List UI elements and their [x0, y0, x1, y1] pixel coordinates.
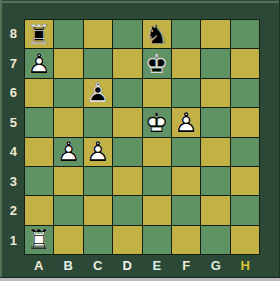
piece-white-pawn[interactable]: ♙ — [172, 108, 200, 136]
chess-board-window: 87654321 ♜♖♞♘♟♙♚♔♟♙♚♔♟♙♟♙♟♙♜♖ ABCDEFGH — [0, 0, 280, 281]
square-g2[interactable] — [201, 196, 229, 224]
file-label-b: B — [54, 255, 84, 276]
square-d5[interactable] — [113, 108, 141, 136]
square-e3[interactable] — [143, 167, 171, 195]
square-h1[interactable] — [231, 226, 259, 254]
square-h8[interactable] — [231, 20, 259, 48]
square-f8[interactable] — [172, 20, 200, 48]
file-label-f: F — [172, 255, 202, 276]
chess-board[interactable]: ♜♖♞♘♟♙♚♔♟♙♚♔♟♙♟♙♟♙♜♖ — [24, 19, 260, 255]
square-c3[interactable] — [84, 167, 112, 195]
square-c6[interactable]: ♟♙ — [84, 79, 112, 107]
square-a3[interactable] — [25, 167, 53, 195]
square-f4[interactable] — [172, 138, 200, 166]
square-h6[interactable] — [231, 79, 259, 107]
square-b3[interactable] — [54, 167, 82, 195]
rank-label-3: 3 — [0, 167, 22, 197]
square-g1[interactable] — [201, 226, 229, 254]
square-g3[interactable] — [201, 167, 229, 195]
square-a6[interactable] — [25, 79, 53, 107]
square-c8[interactable] — [84, 20, 112, 48]
square-f3[interactable] — [172, 167, 200, 195]
square-h3[interactable] — [231, 167, 259, 195]
square-b8[interactable] — [54, 20, 82, 48]
rank-label-6: 6 — [0, 78, 22, 108]
square-h2[interactable] — [231, 196, 259, 224]
piece-white-pawn[interactable]: ♙ — [54, 138, 82, 166]
square-d4[interactable] — [113, 138, 141, 166]
square-d6[interactable] — [113, 79, 141, 107]
rank-label-1: 1 — [0, 226, 22, 256]
frame-bevel-top — [0, 1, 280, 3]
rank-label-7: 7 — [0, 49, 22, 79]
square-c4[interactable]: ♟♙ — [84, 138, 112, 166]
square-e1[interactable] — [143, 226, 171, 254]
rank-labels: 87654321 — [0, 19, 22, 255]
square-a2[interactable] — [25, 196, 53, 224]
rank-label-8: 8 — [0, 19, 22, 49]
square-d7[interactable] — [113, 49, 141, 77]
square-g8[interactable] — [201, 20, 229, 48]
square-b5[interactable] — [54, 108, 82, 136]
square-e4[interactable] — [143, 138, 171, 166]
square-d8[interactable] — [113, 20, 141, 48]
square-a5[interactable] — [25, 108, 53, 136]
square-a4[interactable] — [25, 138, 53, 166]
file-label-g: G — [201, 255, 231, 276]
square-c5[interactable] — [84, 108, 112, 136]
white-pawn-fill: ♟ — [54, 138, 82, 166]
square-h5[interactable] — [231, 108, 259, 136]
white-pawn-fill: ♟ — [172, 108, 200, 136]
square-g6[interactable] — [201, 79, 229, 107]
rank-label-5: 5 — [0, 108, 22, 138]
square-f5[interactable]: ♟♙ — [172, 108, 200, 136]
file-label-e: E — [142, 255, 172, 276]
square-g5[interactable] — [201, 108, 229, 136]
white-pawn-fill: ♟ — [84, 138, 112, 166]
square-b6[interactable] — [54, 79, 82, 107]
file-label-h: H — [231, 255, 261, 276]
square-h4[interactable] — [231, 138, 259, 166]
square-a8[interactable]: ♜♖ — [25, 20, 53, 48]
white-rook-fill: ♜ — [25, 226, 53, 254]
piece-black-knight[interactable]: ♘ — [143, 20, 171, 48]
square-c7[interactable] — [84, 49, 112, 77]
square-f2[interactable] — [172, 196, 200, 224]
file-labels: ABCDEFGH — [24, 255, 260, 276]
square-c1[interactable] — [84, 226, 112, 254]
piece-black-king[interactable]: ♔ — [143, 49, 171, 77]
piece-white-pawn[interactable]: ♙ — [84, 138, 112, 166]
square-e7[interactable]: ♚♔ — [143, 49, 171, 77]
square-e6[interactable] — [143, 79, 171, 107]
file-label-d: D — [113, 255, 143, 276]
file-label-c: C — [83, 255, 113, 276]
square-g7[interactable] — [201, 49, 229, 77]
square-d1[interactable] — [113, 226, 141, 254]
white-pawn-fill: ♟ — [25, 49, 53, 77]
square-e2[interactable] — [143, 196, 171, 224]
square-f6[interactable] — [172, 79, 200, 107]
piece-white-pawn[interactable]: ♙ — [25, 49, 53, 77]
square-b4[interactable]: ♟♙ — [54, 138, 82, 166]
black-king-fill: ♚ — [143, 49, 171, 77]
black-knight-fill: ♞ — [143, 20, 171, 48]
square-b7[interactable] — [54, 49, 82, 77]
piece-white-king[interactable]: ♔ — [143, 108, 171, 136]
rank-label-4: 4 — [0, 137, 22, 167]
window-bottom-strip — [0, 277, 280, 281]
file-label-a: A — [24, 255, 54, 276]
square-b2[interactable] — [54, 196, 82, 224]
square-f1[interactable] — [172, 226, 200, 254]
square-a1[interactable]: ♜♖ — [25, 226, 53, 254]
black-rook-fill: ♜ — [25, 20, 53, 48]
white-king-fill: ♚ — [143, 108, 171, 136]
square-d3[interactable] — [113, 167, 141, 195]
square-e8[interactable]: ♞♘ — [143, 20, 171, 48]
square-e5[interactable]: ♚♔ — [143, 108, 171, 136]
piece-black-pawn[interactable]: ♙ — [84, 79, 112, 107]
frame-right-edge — [279, 0, 280, 281]
black-pawn-fill: ♟ — [84, 79, 112, 107]
piece-white-rook[interactable]: ♖ — [25, 226, 53, 254]
piece-black-rook[interactable]: ♖ — [25, 20, 53, 48]
square-c2[interactable] — [84, 196, 112, 224]
square-f7[interactable] — [172, 49, 200, 77]
square-b1[interactable] — [54, 226, 82, 254]
square-a7[interactable]: ♟♙ — [25, 49, 53, 77]
square-h7[interactable] — [231, 49, 259, 77]
square-d2[interactable] — [113, 196, 141, 224]
rank-label-2: 2 — [0, 196, 22, 226]
square-g4[interactable] — [201, 138, 229, 166]
